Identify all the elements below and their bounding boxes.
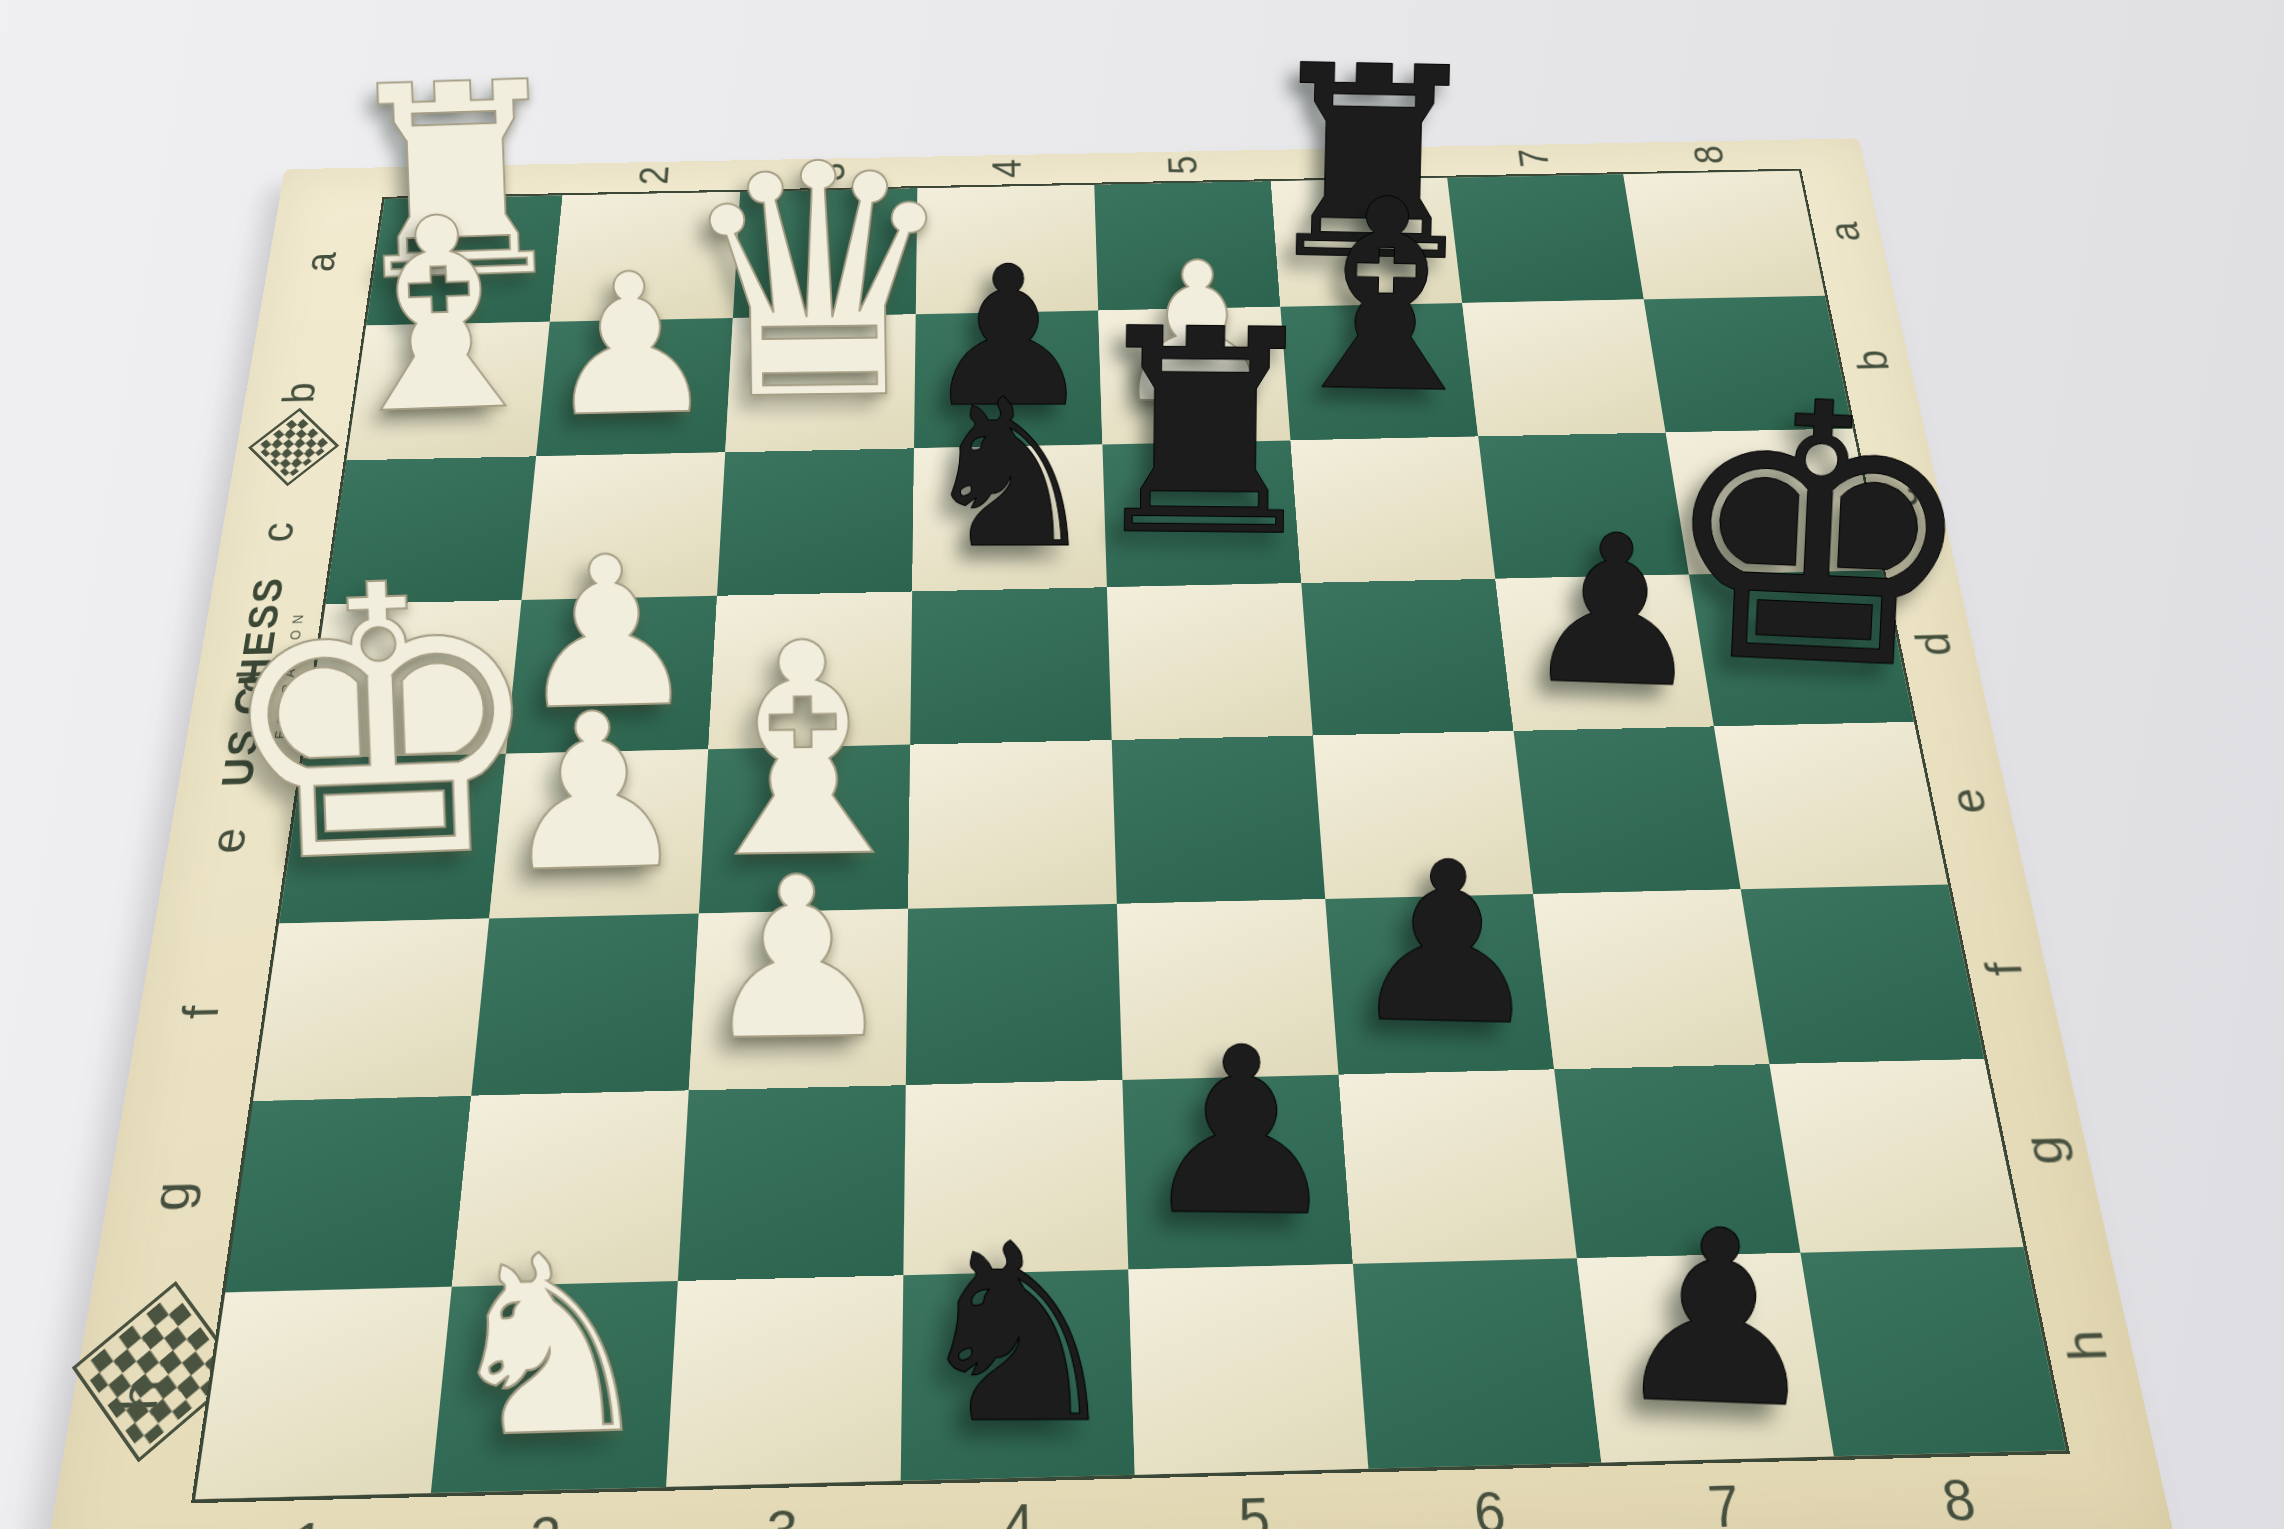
square-e8[interactable] bbox=[1714, 722, 1948, 889]
square-h4[interactable]: ♞ bbox=[901, 1270, 1135, 1481]
rank-bottom-label-2: 2 bbox=[421, 1487, 666, 1529]
rank-bottom-label-8: 8 bbox=[1834, 1450, 2085, 1529]
square-c5[interactable]: ♜ bbox=[1102, 440, 1301, 587]
square-f8[interactable] bbox=[1741, 884, 1985, 1064]
square-e2[interactable]: ♟ bbox=[489, 749, 708, 918]
square-b2[interactable]: ♟ bbox=[536, 318, 733, 456]
square-e4[interactable] bbox=[908, 740, 1117, 909]
square-g5[interactable]: ♟ bbox=[1122, 1075, 1352, 1270]
file-left-label-b: b bbox=[211, 347, 384, 440]
rank-bottom-label-3: 3 bbox=[661, 1481, 901, 1529]
square-h5[interactable] bbox=[1128, 1264, 1368, 1475]
square-d8[interactable]: ♚ bbox=[1689, 570, 1914, 726]
board-grid: ♜♜♝♟♛♟♟♝♞♜♟♟♚♚♟♝♟♟♟♞♞♟ bbox=[195, 171, 2066, 1499]
rank-bottom-label-4: 4 bbox=[900, 1475, 1138, 1529]
piece-white-knight-h2[interactable]: ♞ bbox=[435, 1230, 662, 1463]
square-f3[interactable]: ♟ bbox=[689, 909, 908, 1091]
file-left-label-a: a bbox=[235, 219, 402, 306]
square-f1[interactable] bbox=[253, 919, 489, 1101]
square-c4[interactable]: ♞ bbox=[912, 444, 1107, 591]
piece-white-pawn-b2[interactable]: ♟ bbox=[541, 255, 719, 437]
piece-black-pawn-f6[interactable]: ♟ bbox=[1345, 840, 1548, 1048]
square-h2[interactable]: ♞ bbox=[431, 1281, 678, 1493]
piece-black-knight-c4[interactable]: ♞ bbox=[917, 380, 1101, 568]
piece-black-pawn-h7[interactable]: ♟ bbox=[1606, 1206, 1829, 1434]
square-d6[interactable] bbox=[1301, 579, 1513, 736]
piece-black-knight-h4[interactable]: ♞ bbox=[907, 1221, 1127, 1447]
square-d4[interactable] bbox=[910, 587, 1112, 744]
vinyl-board-mat: 12345678 12345678 abcdefgh abcdefgh US C… bbox=[39, 138, 2175, 1529]
square-g6[interactable] bbox=[1339, 1069, 1577, 1264]
square-f6[interactable]: ♟ bbox=[1325, 894, 1554, 1075]
rank-top-label-5: 5 bbox=[1156, 95, 1208, 238]
piece-black-pawn-g5[interactable]: ♟ bbox=[1136, 1026, 1345, 1240]
square-e1[interactable]: ♚ bbox=[279, 754, 506, 924]
square-e5[interactable] bbox=[1112, 735, 1326, 903]
rank-top-label-3: 3 bbox=[804, 102, 853, 245]
square-h3[interactable] bbox=[666, 1275, 903, 1487]
file-right-label-a: a bbox=[1762, 201, 1926, 263]
square-d5[interactable] bbox=[1107, 583, 1313, 740]
piece-black-pawn-d7[interactable]: ♟ bbox=[1518, 514, 1710, 710]
rank-bottom-label-7: 7 bbox=[1601, 1456, 1849, 1529]
square-h7[interactable]: ♟ bbox=[1577, 1253, 1834, 1463]
photo-canvas: 12345678 12345678 abcdefgh abcdefgh US C… bbox=[0, 0, 2284, 1529]
rank-top-label-4: 4 bbox=[983, 98, 1029, 241]
square-h1[interactable] bbox=[195, 1287, 452, 1500]
square-h6[interactable] bbox=[1353, 1258, 1602, 1468]
square-f2[interactable] bbox=[471, 914, 699, 1096]
piece-black-rook-c5[interactable]: ♜ bbox=[1077, 303, 1333, 565]
rank-bottom-label-6: 6 bbox=[1368, 1462, 1612, 1529]
square-h8[interactable] bbox=[1800, 1247, 2065, 1456]
piece-white-pawn-e2[interactable]: ♟ bbox=[495, 692, 693, 894]
square-b3[interactable]: ♛ bbox=[725, 314, 916, 452]
rank-bottom-label-5: 5 bbox=[1135, 1469, 1376, 1529]
square-c3[interactable] bbox=[717, 448, 914, 595]
square-d7[interactable]: ♟ bbox=[1495, 575, 1714, 731]
square-f4[interactable] bbox=[906, 904, 1123, 1085]
piece-white-pawn-f3[interactable]: ♟ bbox=[696, 856, 898, 1063]
square-f7[interactable] bbox=[1533, 889, 1769, 1069]
square-g3[interactable] bbox=[678, 1085, 906, 1281]
square-g1[interactable] bbox=[225, 1096, 471, 1293]
board-scene: 12345678 12345678 abcdefgh abcdefgh US C… bbox=[39, 138, 2175, 1529]
